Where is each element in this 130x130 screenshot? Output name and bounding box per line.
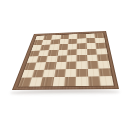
square-g1	[88, 76, 101, 85]
square-d1	[52, 77, 65, 86]
square-h2	[99, 68, 112, 76]
chess-board-field	[18, 33, 113, 86]
square-e1	[64, 77, 76, 86]
chessboard-product-photo	[0, 0, 130, 130]
square-f1	[76, 77, 88, 86]
square-f2	[76, 69, 88, 77]
chess-board	[12, 31, 119, 90]
square-e2	[65, 69, 77, 77]
square-h1	[100, 76, 114, 85]
square-d2	[54, 69, 66, 77]
